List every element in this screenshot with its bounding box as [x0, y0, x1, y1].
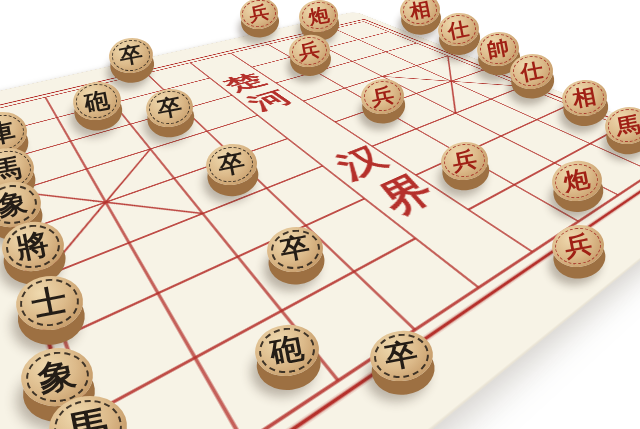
piece-glyph-red-horse: 馬 — [602, 105, 640, 147]
piece-ring — [442, 142, 487, 179]
piece-black-cannon[interactable]: 砲 — [252, 321, 321, 379]
piece-red-elephant[interactable]: 相 — [560, 77, 609, 118]
piece-glyph-black-general: 將 — [0, 219, 67, 274]
piece-glyph-black-soldier: 卒 — [106, 36, 156, 76]
piece-glyph-red-soldier: 兵 — [438, 140, 491, 182]
piece-glyph-black-soldier: 卒 — [264, 224, 327, 274]
piece-red-advisor[interactable]: 仕 — [437, 10, 482, 48]
piece-black-soldier[interactable]: 卒 — [264, 223, 325, 274]
piece-glyph-black-cannon: 砲 — [70, 80, 123, 123]
piece-ring — [511, 54, 552, 88]
piece-glyph-red-cannon: 炮 — [549, 159, 605, 204]
xiangqi-scene: 楚 河 汉 界 相仕帥仕相馬炮炮兵兵兵兵兵車馬象將士象馬砲砲卒卒卒卒卒 — [0, 0, 640, 429]
piece-ring — [563, 80, 606, 116]
piece-glyph-black-soldier: 卒 — [143, 87, 196, 129]
piece-glyph-red-soldier: 兵 — [238, 0, 281, 30]
piece-glyph-red-elephant: 相 — [398, 0, 443, 28]
piece-ring — [207, 144, 255, 184]
piece-glyph-red-soldier: 兵 — [549, 222, 608, 269]
piece-ring — [17, 276, 81, 329]
piece-glyph-black-soldier: 卒 — [203, 141, 260, 187]
piece-black-advisor[interactable]: 士 — [13, 272, 86, 333]
piece-ring — [147, 89, 192, 126]
piece-ring — [362, 79, 403, 113]
piece-ring — [440, 13, 479, 46]
piece-red-soldier[interactable]: 兵 — [438, 139, 489, 182]
piece-glyph-black-soldier: 卒 — [366, 328, 436, 384]
piece-ring — [606, 107, 640, 144]
piece-ring — [553, 161, 600, 201]
piece-glyph-red-advisor: 仕 — [436, 11, 482, 48]
piece-ring — [290, 35, 328, 67]
piece-black-cannon[interactable]: 砲 — [71, 79, 123, 123]
piece-ring — [241, 0, 277, 28]
piece-black-soldier[interactable]: 卒 — [143, 86, 194, 129]
piece-ring — [74, 82, 119, 120]
piece-red-cannon[interactable]: 炮 — [550, 158, 604, 203]
piece-glyph-red-cannon: 炮 — [297, 0, 341, 34]
piece-red-soldier[interactable]: 兵 — [238, 0, 280, 31]
piece-red-horse[interactable]: 馬 — [603, 105, 640, 148]
piece-ring — [268, 227, 321, 272]
piece-ring — [371, 331, 430, 381]
piece-red-soldier[interactable]: 兵 — [549, 222, 606, 270]
piece-glyph-black-advisor: 士 — [12, 273, 87, 333]
piece-ring — [478, 32, 518, 66]
piece-ring — [553, 225, 603, 267]
pieces-layer: 相仕帥仕相馬炮炮兵兵兵兵兵車馬象將士象馬砲砲卒卒卒卒卒 — [0, 0, 640, 429]
piece-black-soldier[interactable]: 卒 — [367, 327, 435, 384]
piece-ring — [401, 0, 439, 26]
piece-red-soldier[interactable]: 兵 — [287, 32, 331, 69]
piece-black-soldier[interactable]: 卒 — [107, 36, 155, 77]
piece-glyph-black-cannon: 砲 — [251, 321, 322, 378]
piece-glyph-red-soldier: 兵 — [286, 33, 331, 69]
piece-glyph-red-elephant: 相 — [559, 78, 609, 118]
piece-red-cannon[interactable]: 炮 — [298, 0, 341, 34]
piece-ring — [4, 222, 62, 271]
piece-red-elephant[interactable]: 相 — [398, 0, 442, 28]
piece-red-soldier[interactable]: 兵 — [359, 76, 406, 116]
piece-ring — [257, 325, 317, 376]
piece-black-soldier[interactable]: 卒 — [203, 141, 258, 187]
piece-glyph-red-soldier: 兵 — [359, 77, 407, 116]
piece-ring — [300, 0, 337, 31]
piece-ring — [110, 38, 152, 73]
